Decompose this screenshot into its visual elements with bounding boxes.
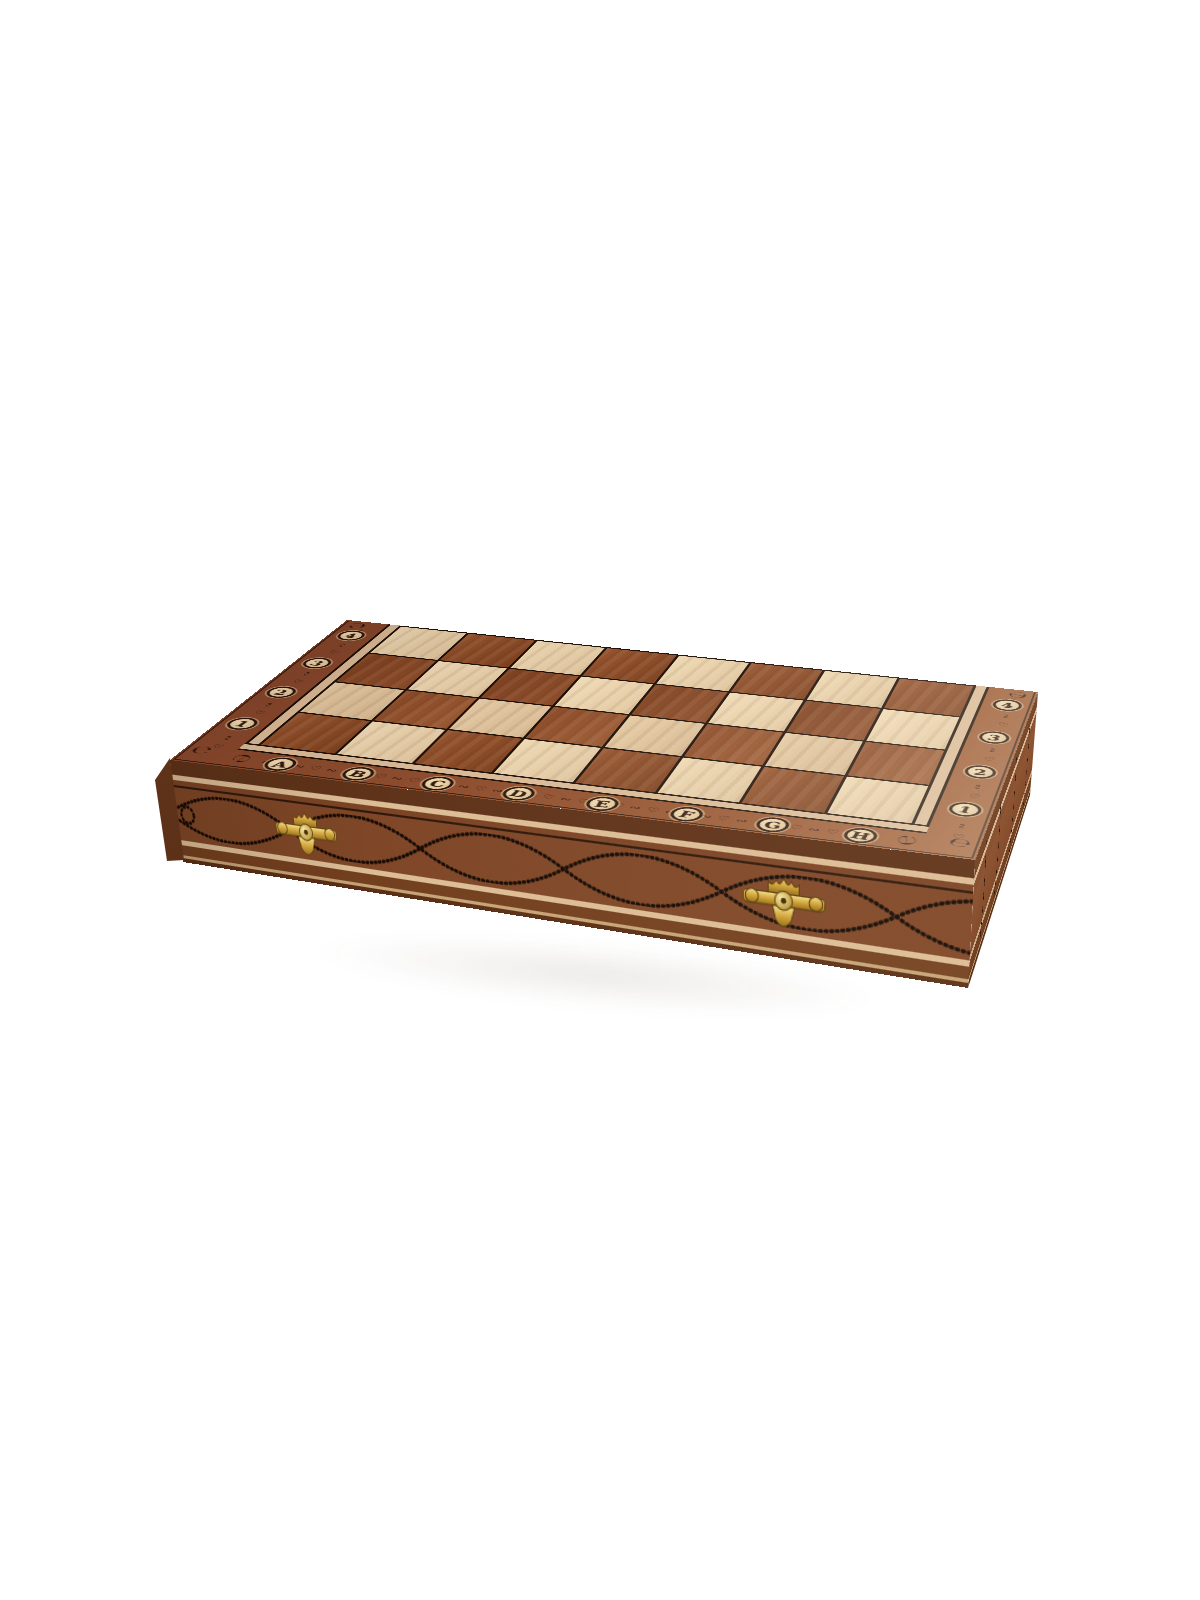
rank-label-circle: 4	[334, 630, 369, 641]
file-label-circle: E	[582, 796, 621, 812]
file-label-circle: G	[754, 816, 791, 833]
rank-label-circle: 3	[976, 730, 1012, 745]
rank-label-circle: 2	[262, 686, 300, 699]
brass-latch-icon	[739, 870, 829, 946]
product-photo-stage: ∾♡∾♡∾♡∾♡∾♡∾♡∾♡∾♡ ℮ 4321 ℮ ∾♡∾♡∾♡∾♡∾♡∾♡∾♡…	[0, 0, 1200, 1600]
file-label-circle: A	[260, 757, 301, 772]
rank-label-circle: 4	[992, 699, 1023, 712]
rank-label-circle: 2	[964, 765, 997, 780]
brass-latch-icon	[271, 806, 342, 871]
file-label-circle: F	[666, 805, 708, 823]
corner-scroll-icon: ℮	[891, 835, 922, 847]
rank-label-circle: 3	[298, 656, 336, 669]
file-label-circle: D	[498, 785, 540, 802]
file-label-circle: C	[418, 776, 458, 792]
rank-label-circle: 1	[221, 716, 262, 731]
file-label-circle: H	[840, 826, 881, 845]
rank-label-circle: 1	[946, 801, 985, 819]
file-label-circle: B	[337, 765, 380, 782]
